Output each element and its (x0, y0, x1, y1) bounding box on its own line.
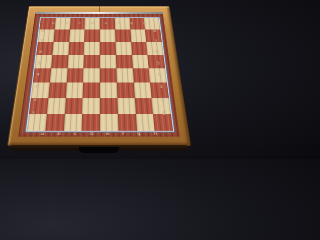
file-labels-top: abcdefgh (46, 22, 151, 25)
square-b7 (53, 30, 69, 42)
rank-label-right-5: 5 (157, 61, 161, 65)
file-label-top-b: b (65, 22, 68, 25)
square-f7 (115, 30, 131, 42)
file-label-bottom-d: d (89, 131, 93, 136)
file-label-top-e: e (105, 22, 107, 25)
latch-notch (79, 147, 119, 153)
square-f3 (117, 83, 135, 98)
square-f2 (117, 98, 135, 114)
file-label-top-f: f (118, 22, 120, 25)
square-g1 (135, 114, 154, 131)
square-c1 (63, 114, 82, 131)
square-e6 (100, 42, 116, 55)
rank-label-right-6: 6 (155, 50, 159, 54)
file-label-top-c: c (78, 22, 80, 25)
square-g7 (130, 30, 146, 42)
square-c2 (64, 98, 82, 114)
file-label-bottom-a: a (40, 131, 44, 136)
file-labels-bottom: abcdefgh (34, 131, 164, 136)
square-f4 (116, 68, 133, 82)
rank-label-left-5: 5 (38, 61, 42, 65)
square-b2 (47, 98, 66, 114)
chess-board: abcdefgh abcdefgh 87654321 87654321 (7, 6, 191, 146)
file-label-bottom-g: g (137, 131, 141, 136)
rank-label-left-3: 3 (35, 85, 39, 89)
rank-label-right-1: 1 (162, 111, 166, 116)
square-d6 (84, 42, 100, 55)
square-e2 (100, 98, 118, 114)
square-d2 (82, 98, 100, 114)
file-label-bottom-h: h (153, 131, 157, 136)
file-label-top-a: a (52, 22, 55, 25)
file-label-top-h: h (143, 22, 146, 25)
square-b1 (45, 114, 64, 131)
rank-label-right-8: 8 (153, 29, 156, 32)
square-b5 (51, 55, 68, 69)
square-d7 (84, 30, 99, 42)
square-g5 (132, 55, 149, 69)
square-f6 (115, 42, 131, 55)
rank-label-right-4: 4 (158, 73, 162, 77)
square-e5 (100, 55, 116, 69)
square-d3 (83, 83, 100, 98)
square-g2 (134, 98, 153, 114)
square-d5 (84, 55, 100, 69)
square-b4 (50, 68, 68, 82)
rank-label-left-8: 8 (42, 29, 45, 32)
board-under-edge (10, 145, 187, 150)
square-f1 (118, 114, 137, 131)
file-label-top-g: g (130, 22, 133, 25)
rank-label-right-7: 7 (154, 39, 158, 43)
square-d4 (83, 68, 100, 82)
square-c7 (69, 30, 85, 42)
square-d1 (82, 114, 100, 131)
square-b6 (52, 42, 69, 55)
file-label-bottom-c: c (73, 131, 76, 136)
square-g4 (133, 68, 151, 82)
square-e4 (100, 68, 117, 82)
square-c5 (67, 55, 84, 69)
rank-label-left-2: 2 (33, 98, 37, 102)
square-c3 (65, 83, 83, 98)
rank-label-left-4: 4 (36, 73, 40, 77)
square-c6 (68, 42, 84, 55)
rank-label-left-6: 6 (39, 50, 43, 54)
file-label-bottom-e: e (106, 131, 110, 136)
rank-label-right-2: 2 (161, 98, 165, 102)
square-c4 (66, 68, 83, 82)
square-g3 (133, 83, 151, 98)
rank-label-left-1: 1 (32, 111, 36, 116)
board-frame: abcdefgh abcdefgh 87654321 87654321 (7, 6, 191, 146)
board-mat: abcdefgh abcdefgh 87654321 87654321 (18, 14, 179, 137)
square-g6 (131, 42, 148, 55)
file-label-bottom-f: f (122, 131, 124, 136)
square-e7 (100, 30, 116, 42)
rank-label-left-7: 7 (40, 39, 44, 43)
square-e1 (100, 114, 118, 131)
rank-label-right-3: 3 (159, 85, 163, 89)
file-label-bottom-b: b (57, 131, 61, 136)
file-label-top-d: d (91, 22, 94, 25)
square-f5 (116, 55, 133, 69)
square-e3 (100, 83, 117, 98)
square-b3 (48, 83, 66, 98)
